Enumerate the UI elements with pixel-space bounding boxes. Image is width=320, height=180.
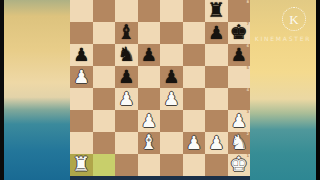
square-e3: [160, 110, 183, 132]
square-f8: [183, 0, 206, 22]
square-d3: ♟: [138, 110, 161, 132]
square-d2: ♝: [138, 132, 161, 154]
square-g2: ♟: [205, 132, 228, 154]
piece-white-pawn: ♟: [141, 112, 157, 130]
square-b7: [93, 22, 116, 44]
piece-white-bishop: ♝: [140, 132, 158, 152]
square-a3: [70, 110, 93, 132]
piece-black-pawn: ♟: [163, 68, 179, 86]
piece-white-king: ♚: [230, 154, 248, 174]
piece-white-rook: ♜: [72, 154, 90, 174]
square-c8: [115, 0, 138, 22]
piece-white-knight: ♞: [230, 132, 248, 152]
letterbox-bar-right: [316, 0, 320, 180]
piece-white-pawn: ♟: [73, 68, 89, 86]
piece-white-pawn: ♟: [186, 134, 202, 152]
square-a1: ♜: [70, 154, 93, 176]
piece-black-pawn: ♟: [141, 46, 157, 64]
square-c4: ♟: [115, 88, 138, 110]
square-e6: [160, 44, 183, 66]
coordinate-rank-label: 3: [246, 110, 249, 114]
piece-black-knight: ♞: [117, 44, 135, 64]
letterbox-bar-left: [0, 0, 4, 180]
coordinate-rank-label: 6: [246, 44, 249, 48]
coordinate-rank-label: 5: [246, 66, 249, 70]
square-f5: [183, 66, 206, 88]
video-frame: ♜8♝♟7♚♟♞♟6♟♟♟♟5♟♟4♟3♟♝♟♟2♞♜1♚ K KINEMAST…: [0, 0, 320, 180]
square-a8: [70, 0, 93, 22]
coordinate-rank-label: 2: [246, 132, 249, 136]
square-c1: [115, 154, 138, 176]
piece-black-rook: ♜: [207, 0, 225, 20]
square-d8: [138, 0, 161, 22]
background-sunset-sea-right: [250, 0, 316, 180]
square-g4: [205, 88, 228, 110]
square-e4: ♟: [160, 88, 183, 110]
chess-board: ♜8♝♟7♚♟♞♟6♟♟♟♟5♟♟4♟3♟♝♟♟2♞♜1♚: [70, 0, 250, 176]
board-bottom-edge: [70, 176, 250, 180]
square-d1: [138, 154, 161, 176]
square-h5: 5: [228, 66, 251, 88]
piece-black-pawn: ♟: [208, 24, 224, 42]
square-f7: [183, 22, 206, 44]
coordinate-rank-label: 4: [246, 88, 249, 92]
coordinate-rank-label: 8: [246, 0, 249, 4]
square-e1: [160, 154, 183, 176]
square-b6: [93, 44, 116, 66]
square-h3: 3♟: [228, 110, 251, 132]
piece-white-pawn: ♟: [231, 112, 247, 130]
piece-black-king: ♚: [230, 22, 248, 42]
square-a2: [70, 132, 93, 154]
square-g7: ♟: [205, 22, 228, 44]
square-d6: ♟: [138, 44, 161, 66]
coordinate-rank-label: 7: [246, 22, 249, 26]
square-b4: [93, 88, 116, 110]
piece-black-pawn: ♟: [118, 68, 134, 86]
square-f6: [183, 44, 206, 66]
square-b1: [93, 154, 116, 176]
square-a7: [70, 22, 93, 44]
square-h7: 7♚: [228, 22, 251, 44]
square-d7: [138, 22, 161, 44]
square-g1: [205, 154, 228, 176]
piece-black-bishop: ♝: [117, 22, 135, 42]
piece-black-pawn: ♟: [231, 46, 247, 64]
square-d5: [138, 66, 161, 88]
square-f4: [183, 88, 206, 110]
square-e7: [160, 22, 183, 44]
square-a5: ♟: [70, 66, 93, 88]
square-f1: [183, 154, 206, 176]
square-h8: 8: [228, 0, 251, 22]
square-g8: ♜: [205, 0, 228, 22]
square-c3: [115, 110, 138, 132]
square-g6: [205, 44, 228, 66]
square-h4: 4: [228, 88, 251, 110]
square-c5: ♟: [115, 66, 138, 88]
square-a4: [70, 88, 93, 110]
square-h6: 6♟: [228, 44, 251, 66]
square-e5: ♟: [160, 66, 183, 88]
square-h1: 1♚: [228, 154, 251, 176]
square-d4: [138, 88, 161, 110]
square-e8: [160, 0, 183, 22]
square-c6: ♞: [115, 44, 138, 66]
square-e2: [160, 132, 183, 154]
square-h2: 2♞: [228, 132, 251, 154]
square-c2: [115, 132, 138, 154]
coordinate-rank-label: 1: [246, 154, 249, 158]
piece-white-pawn: ♟: [118, 90, 134, 108]
square-a6: ♟: [70, 44, 93, 66]
background-sunset-sea-left: [4, 0, 70, 180]
square-b3: [93, 110, 116, 132]
square-g5: [205, 66, 228, 88]
square-f3: [183, 110, 206, 132]
piece-white-pawn: ♟: [208, 134, 224, 152]
square-b8: [93, 0, 116, 22]
piece-black-pawn: ♟: [73, 46, 89, 64]
square-b5: [93, 66, 116, 88]
square-c7: ♝: [115, 22, 138, 44]
piece-white-pawn: ♟: [163, 90, 179, 108]
square-g3: [205, 110, 228, 132]
square-f2: ♟: [183, 132, 206, 154]
square-b2: [93, 132, 116, 154]
